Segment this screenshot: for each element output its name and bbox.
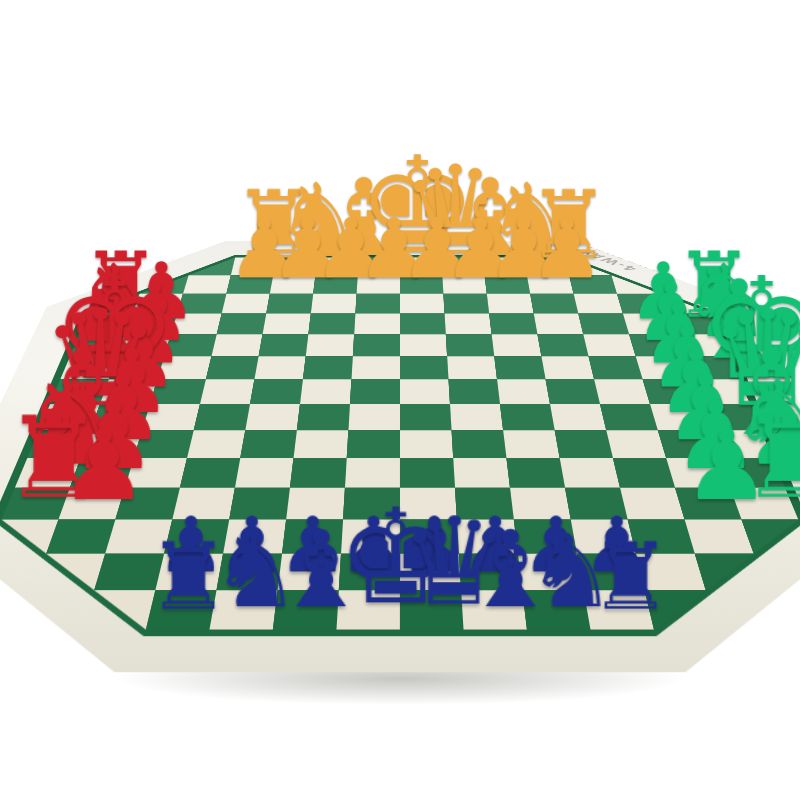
board-cell[interactable] [235,458,294,488]
board-cell[interactable] [211,334,262,356]
scene: 4-WAY CHECKERS ♜♞♝♚♛♝♞♜♟♟♟♟♟♟♟♟♜♟♟♜♞♟♟♞♝… [0,0,800,800]
blue-king[interactable]: ♚ [337,491,400,622]
yellow-pawn[interactable]: ♟ [400,207,443,290]
board-cell[interactable] [250,379,303,404]
board-cell[interactable] [400,356,449,379]
board-cell[interactable] [266,294,313,314]
board-cell[interactable] [400,404,452,430]
board-cell[interactable] [560,458,620,488]
board-cell[interactable] [217,314,267,335]
board-cell[interactable] [311,294,357,314]
blue-rook[interactable]: ♜ [589,530,652,622]
board-cell[interactable] [534,314,584,335]
board-cell[interactable] [613,458,675,488]
red-rook[interactable]: ♜ [4,402,61,514]
board-cell[interactable] [506,458,565,488]
board-cell[interactable] [355,294,400,314]
board-cell[interactable] [400,334,447,356]
board-cell[interactable] [187,430,245,458]
board-cell[interactable] [530,294,578,314]
yellow-pawn[interactable]: ♟ [443,207,486,290]
board-cell[interactable] [200,379,254,404]
board-cell[interactable] [445,314,492,335]
board-cell[interactable] [497,379,550,404]
green-pawn[interactable]: ♟ [683,416,740,513]
board-cell[interactable] [600,404,658,430]
board-cell[interactable] [347,430,400,458]
blue-rook[interactable]: ♜ [147,530,210,622]
board-cell[interactable] [194,404,250,430]
board-cell[interactable] [695,554,767,591]
board-cell[interactable] [400,294,445,314]
yellow-pawn[interactable]: ♟ [357,207,400,290]
board-cell[interactable] [550,404,606,430]
blue-knight[interactable]: ♞ [211,522,274,623]
board-cell[interactable] [294,430,349,458]
blue-knight[interactable]: ♞ [526,522,589,623]
board-cell[interactable] [254,356,305,379]
board-cell[interactable] [33,554,105,591]
board-cell[interactable] [354,314,400,335]
board-cell[interactable] [449,379,500,404]
board-cell[interactable] [222,294,270,314]
board-cell[interactable] [450,404,503,430]
board-cell[interactable] [492,334,542,356]
board-cell[interactable] [300,379,351,404]
board-cell[interactable] [353,334,400,356]
board-cell[interactable] [494,356,545,379]
board-cell[interactable] [400,314,446,335]
yellow-pawn[interactable]: ♟ [486,207,529,290]
board-cell[interactable] [583,334,635,356]
board-cell[interactable] [537,334,588,356]
board-cell[interactable] [348,404,400,430]
blue-queen[interactable]: ♛ [400,501,463,622]
board-cell[interactable] [546,379,600,404]
green-rook[interactable]: ♜ [740,402,797,514]
board-cell[interactable] [447,356,497,379]
board-cell[interactable] [453,458,510,488]
yellow-pawn[interactable]: ♟ [530,207,573,290]
board-cell[interactable] [400,430,453,458]
board-cell[interactable] [589,356,643,379]
board-cell[interactable] [452,430,507,458]
board-cell[interactable] [240,430,297,458]
board-cell[interactable] [489,314,537,335]
chess-board: ♜♞♝♚♛♝♞♜♟♟♟♟♟♟♟♟♜♟♟♜♞♟♟♞♝♟♟♝♚♟♟♚♛♟♟♛♝♟♟♝… [0,258,800,630]
board-cell[interactable] [541,356,594,379]
board-cell[interactable] [574,294,623,314]
board-cell[interactable] [351,356,400,379]
board-cell[interactable] [578,314,629,335]
red-pawn[interactable]: ♟ [60,416,117,513]
yellow-pawn[interactable]: ♟ [270,207,313,290]
board-cell[interactable] [308,314,355,335]
board-cell[interactable] [503,430,560,458]
board-cell[interactable] [263,314,311,335]
blue-bishop[interactable]: ♝ [463,516,526,622]
board-cell[interactable] [487,294,534,314]
board-cell[interactable] [303,356,353,379]
board-cell[interactable] [297,404,350,430]
board-cell[interactable] [245,404,300,430]
blue-bishop[interactable]: ♝ [274,516,337,622]
yellow-pawn[interactable]: ♟ [314,207,357,290]
board-cell[interactable] [46,520,115,554]
board-cell[interactable] [306,334,354,356]
board-cell[interactable] [82,590,155,629]
board-cell[interactable] [180,458,240,488]
board-cell[interactable] [206,356,259,379]
board-cell[interactable] [350,379,400,404]
product-photo: 4-WAY CHECKERS ♜♞♝♚♛♝♞♜♟♟♟♟♟♟♟♟♜♟♟♜♞♟♟♞♝… [0,0,800,800]
board-cell[interactable] [443,294,489,314]
board-cell[interactable] [400,379,450,404]
board-cell[interactable] [446,334,494,356]
yellow-pawn[interactable]: ♟ [227,207,270,290]
board-cell[interactable] [500,404,555,430]
board-cell[interactable] [606,430,666,458]
board-cell[interactable] [259,334,309,356]
board-cell[interactable] [555,430,613,458]
board-cell[interactable] [594,379,650,404]
